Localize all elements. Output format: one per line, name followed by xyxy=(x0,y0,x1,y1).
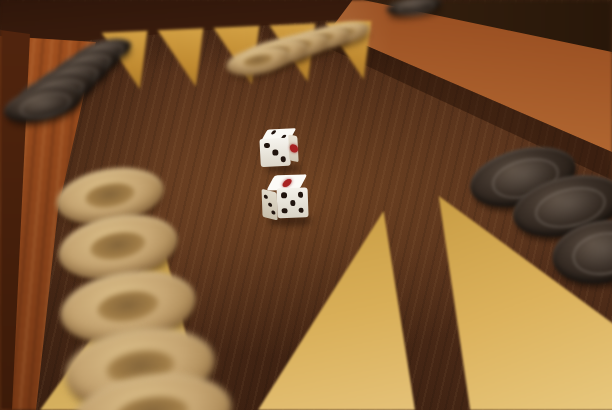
black-pip xyxy=(281,192,287,198)
light-checker xyxy=(224,42,292,80)
die-near-right-face xyxy=(277,187,309,218)
die-near xyxy=(260,174,314,228)
checker-dimple xyxy=(95,287,161,326)
checker-dimple xyxy=(88,229,147,264)
checker-ring xyxy=(17,88,73,122)
black-pip xyxy=(272,149,278,155)
die-far-red-face xyxy=(288,134,298,162)
black-pip xyxy=(290,200,296,206)
black-pip xyxy=(263,194,267,199)
black-pip xyxy=(268,202,272,207)
black-pip xyxy=(264,143,270,149)
red-pip xyxy=(289,144,298,154)
checker-ring xyxy=(569,228,612,280)
black-pip xyxy=(298,207,304,213)
black-pip xyxy=(270,130,276,134)
backgammon-board-photo xyxy=(0,0,612,410)
dark-checker xyxy=(0,79,85,128)
die-near-left-face xyxy=(262,189,278,221)
checker-ring xyxy=(397,0,436,17)
black-pip xyxy=(297,192,303,198)
black-pip xyxy=(282,208,288,214)
red-pip xyxy=(281,178,293,186)
black-pip xyxy=(272,210,276,215)
die-far xyxy=(259,128,303,172)
die-far-front-face xyxy=(259,138,290,168)
checker-dimple xyxy=(242,53,273,69)
black-pip xyxy=(280,156,286,162)
dark-checker xyxy=(385,0,443,18)
checker-dimple xyxy=(113,392,191,410)
checker-dimple xyxy=(83,180,136,211)
